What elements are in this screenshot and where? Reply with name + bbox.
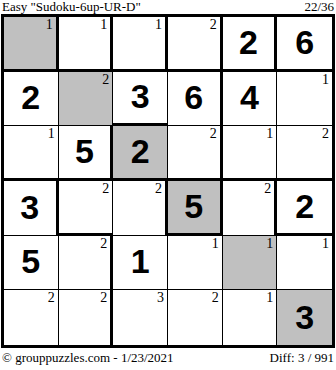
cell-r5c3[interactable]: 1 — [113, 236, 168, 291]
cell-r5c4[interactable]: 1 — [168, 236, 223, 291]
cell-r2c5[interactable]: 4 — [223, 72, 278, 127]
cell-r3c6[interactable]: 2 — [277, 126, 332, 181]
corner-mark: 1 — [266, 126, 273, 141]
cell-r4c6[interactable]: 2 — [277, 181, 332, 236]
corner-mark: 1 — [48, 126, 55, 141]
cell-r3c2[interactable]: 5 — [59, 126, 114, 181]
cell-r1c5[interactable]: 2 — [223, 17, 278, 72]
given-digit: 5 — [75, 134, 94, 168]
cell-r6c1[interactable]: 2 — [4, 290, 59, 345]
cell-r3c1[interactable]: 1 — [4, 126, 59, 181]
given-digit: 3 — [20, 190, 39, 224]
cell-r6c4[interactable]: 2 — [168, 290, 223, 345]
difficulty-rating: Diff: 3 / 991 — [270, 350, 334, 365]
cell-r4c2[interactable]: 2 — [59, 181, 114, 236]
cell-r4c3[interactable]: 2 — [113, 181, 168, 236]
cell-r3c5[interactable]: 1 — [223, 126, 278, 181]
corner-mark: 2 — [212, 290, 219, 305]
cell-r6c2[interactable]: 2 — [59, 290, 114, 345]
given-digit: 4 — [240, 80, 259, 114]
given-digit: 2 — [239, 25, 258, 59]
corner-mark: 1 — [100, 17, 107, 32]
cell-r4c1[interactable]: 3 — [4, 181, 59, 236]
corner-mark: 1 — [266, 290, 273, 305]
given-digit: 2 — [21, 80, 40, 114]
corner-mark: 2 — [210, 17, 217, 32]
given-digit: 6 — [295, 25, 314, 59]
corner-mark: 1 — [155, 17, 162, 32]
cell-r4c5[interactable]: 2 — [223, 181, 278, 236]
corner-mark: 2 — [100, 236, 107, 251]
cell-r2c4[interactable]: 6 — [168, 72, 223, 127]
cell-r2c6[interactable]: 1 — [277, 72, 332, 127]
cell-r3c4[interactable]: 2 — [168, 126, 223, 181]
cell-r5c1[interactable]: 5 — [4, 236, 59, 291]
corner-mark: 1 — [266, 236, 273, 251]
header-bar: Easy "Sudoku-6up-UR-D" 22/36 — [0, 0, 336, 14]
given-digit: 2 — [131, 134, 150, 168]
cell-r3c3[interactable]: 2 — [113, 126, 168, 181]
corner-mark: 3 — [157, 290, 164, 305]
cell-r6c5[interactable]: 1 — [223, 290, 278, 345]
copyright-text: © grouppuzzles.com - 1/23/2021 — [2, 350, 174, 365]
corner-mark: 2 — [48, 290, 55, 305]
footer-bar: © grouppuzzles.com - 1/23/2021 Diff: 3 /… — [0, 350, 336, 370]
cell-r5c5[interactable]: 1 — [223, 236, 278, 291]
cell-r2c3[interactable]: 3 — [113, 72, 168, 127]
cell-r1c4[interactable]: 2 — [168, 17, 223, 72]
corner-mark: 2 — [100, 290, 107, 305]
cell-r1c3[interactable]: 1 — [113, 17, 168, 72]
corner-mark: 1 — [46, 17, 53, 32]
given-digit: 6 — [184, 80, 203, 114]
cell-r6c6[interactable]: 3 — [277, 290, 332, 345]
cell-r6c3[interactable]: 3 — [113, 290, 168, 345]
cells-remaining-counter: 22/36 — [304, 0, 334, 13]
given-digit: 2 — [295, 189, 314, 223]
corner-mark: 2 — [155, 181, 162, 196]
cell-r2c1[interactable]: 2 — [4, 72, 59, 127]
corner-mark: 2 — [102, 181, 109, 196]
corner-mark: 1 — [212, 236, 219, 251]
corner-mark: 2 — [102, 72, 109, 87]
puzzle-title: Easy "Sudoku-6up-UR-D" — [2, 0, 141, 13]
cell-r1c2[interactable]: 1 — [59, 17, 114, 72]
corner-mark: 1 — [322, 236, 329, 251]
given-digit: 3 — [131, 79, 150, 113]
cell-r4c4[interactable]: 5 — [168, 181, 223, 236]
corner-mark: 1 — [322, 72, 329, 87]
given-digit: 5 — [21, 244, 40, 278]
corner-mark: 2 — [264, 181, 271, 196]
cell-r2c2[interactable]: 2 — [59, 72, 114, 127]
corner-mark: 2 — [322, 126, 329, 141]
cell-r1c6[interactable]: 6 — [277, 17, 332, 72]
given-digit: 3 — [295, 300, 314, 334]
given-digit: 1 — [131, 244, 150, 278]
cell-r5c2[interactable]: 2 — [59, 236, 114, 291]
cell-r1c1[interactable]: 1 — [4, 17, 59, 72]
cell-r5c6[interactable]: 1 — [277, 236, 332, 291]
given-digit: 5 — [184, 189, 203, 223]
sudoku-board: 111226223641152212322522521111223213 — [1, 14, 335, 348]
corner-mark: 2 — [210, 126, 217, 141]
